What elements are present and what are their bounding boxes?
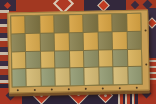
photo-scene [0,0,156,104]
board-square-dark [12,34,26,51]
board-square-dark [127,31,141,48]
board-square-dark [12,69,26,86]
board-square-light [99,50,113,67]
hinge-screw [68,88,70,90]
board-square-dark [55,15,69,32]
board-square-light [27,69,41,86]
board-square-light [26,34,40,51]
board-square-light [41,51,55,68]
board-grid [10,13,142,88]
board-square-light [98,14,112,31]
board-square-dark [55,51,69,68]
board-square-light [69,15,83,32]
board-square-dark [26,16,40,33]
hinge-screw [34,89,36,91]
board-square-dark [83,15,97,32]
board-square-dark [69,33,83,50]
board-square-dark [84,50,98,67]
board-square-light [55,33,69,50]
hinge-screw [17,89,19,91]
board-square-light [12,52,26,69]
board-square-light [84,32,98,49]
board-square-light [56,68,70,85]
hinge-screw [136,87,138,89]
hinge-screw [102,87,104,89]
board-square-dark [40,33,54,50]
hinge-screw [51,89,53,91]
carpet-motif-red-diamond [148,19,156,27]
board-square-dark [41,69,55,86]
carpet-motif-navy-diamond [131,1,139,9]
board-square-light [11,16,25,33]
chessboard-closed [7,10,150,94]
board-square-dark [98,32,112,49]
board-square-dark [26,51,40,68]
board-square-dark [113,49,127,66]
hinge-screw [85,88,87,90]
board-square-dark [70,68,84,85]
board-square-dark [128,67,142,84]
carpet-motif-red-diamond [99,1,109,11]
hinge-screw [145,30,147,32]
carpet-border-right [148,8,156,58]
hinge-screw [119,87,121,89]
board-square-light [113,67,127,84]
hinge-screw [145,64,147,66]
board-square-dark [99,68,113,85]
board-square-light [70,50,84,67]
board-square-dark [112,14,126,31]
board-square-light [40,16,54,33]
carpet-motif-red-dot [4,2,11,9]
board-square-light [113,32,127,49]
board-square-light [85,68,99,85]
board-square-light [128,49,142,66]
board-square-light [127,14,141,31]
